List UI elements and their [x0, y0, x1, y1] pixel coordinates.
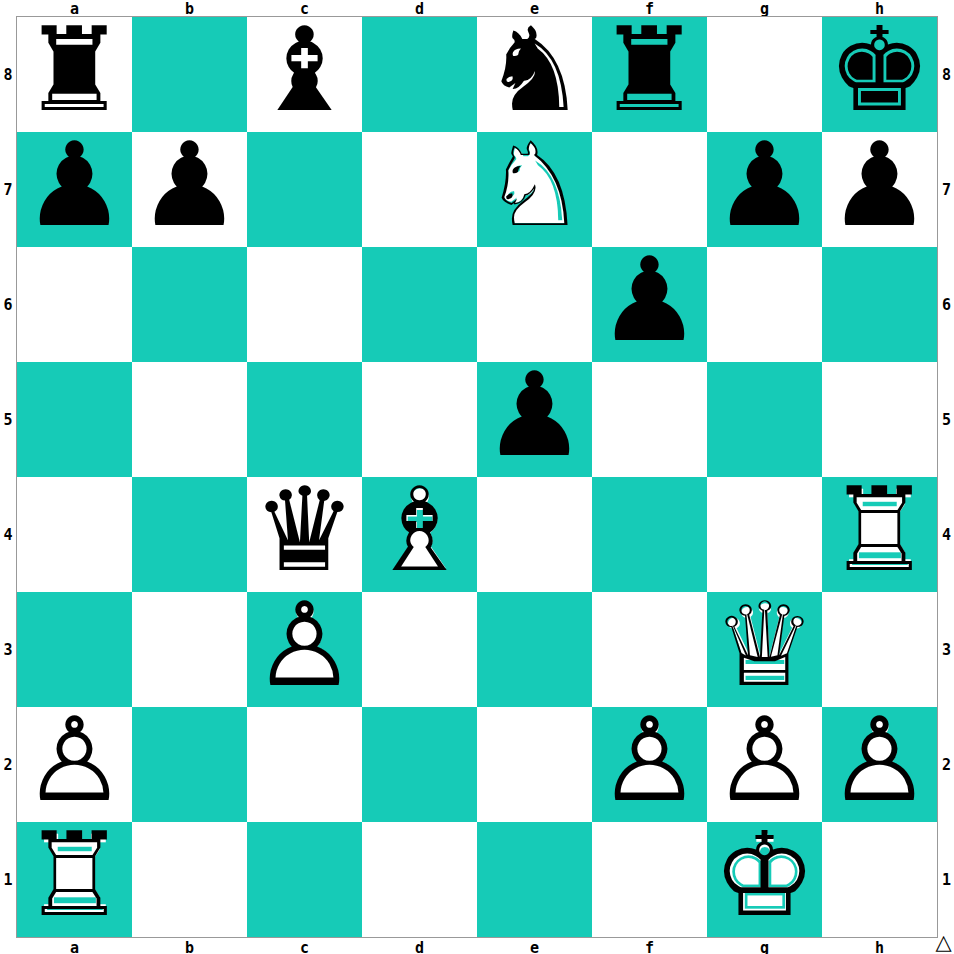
- square-e5[interactable]: ♟: [477, 362, 592, 477]
- black-knight[interactable]: ♞: [477, 17, 592, 132]
- piece-glyph: ♞: [483, 12, 587, 128]
- square-f4[interactable]: [592, 477, 707, 592]
- square-g6[interactable]: [707, 247, 822, 362]
- rank-label-6: 6: [939, 247, 954, 362]
- square-h5[interactable]: [822, 362, 937, 477]
- square-g8[interactable]: [707, 17, 822, 132]
- rank-label-5: 5: [0, 362, 16, 477]
- square-e7[interactable]: ♞♘: [477, 132, 592, 247]
- square-c6[interactable]: [247, 247, 362, 362]
- rank-label-4: 4: [939, 477, 954, 592]
- file-labels-top: abcdefgh: [17, 0, 937, 16]
- square-c5[interactable]: [247, 362, 362, 477]
- rank-label-7: 7: [939, 132, 954, 247]
- square-g3[interactable]: ♛♕: [707, 592, 822, 707]
- rank-label-7: 7: [0, 132, 16, 247]
- black-pawn[interactable]: ♟: [477, 362, 592, 477]
- chessboard-screenshot: abcdefgh abcdefgh 87654321 87654321 ♜♝♞♜…: [0, 0, 954, 954]
- piece-glyph: ♟: [138, 127, 242, 243]
- piece-outline-layer: ♙: [713, 702, 817, 818]
- square-c4[interactable]: ♛: [247, 477, 362, 592]
- piece-glyph: ♟: [23, 127, 127, 243]
- black-pawn[interactable]: ♟: [132, 132, 247, 247]
- rank-label-5: 5: [939, 362, 954, 477]
- white-rook[interactable]: ♜♖: [822, 477, 937, 592]
- white-rook[interactable]: ♜♖: [17, 822, 132, 937]
- square-d7[interactable]: [362, 132, 477, 247]
- piece-glyph: ♟: [483, 357, 587, 473]
- file-label-c: c: [247, 939, 362, 954]
- square-b4[interactable]: [132, 477, 247, 592]
- file-label-b: b: [132, 939, 247, 954]
- square-d6[interactable]: [362, 247, 477, 362]
- rank-label-2: 2: [939, 707, 954, 822]
- white-king[interactable]: ♚♔: [707, 822, 822, 937]
- piece-glyph: ♟: [598, 242, 702, 358]
- rank-labels-left: 87654321: [0, 17, 16, 937]
- piece-glyph: ♟: [828, 127, 932, 243]
- square-f8[interactable]: ♜: [592, 17, 707, 132]
- square-e2[interactable]: [477, 707, 592, 822]
- black-rook[interactable]: ♜: [592, 17, 707, 132]
- square-f1[interactable]: [592, 822, 707, 937]
- square-c2[interactable]: [247, 707, 362, 822]
- square-d1[interactable]: [362, 822, 477, 937]
- square-b6[interactable]: [132, 247, 247, 362]
- square-h7[interactable]: ♟: [822, 132, 937, 247]
- square-a5[interactable]: [17, 362, 132, 477]
- square-a1[interactable]: ♜♖: [17, 822, 132, 937]
- square-a6[interactable]: [17, 247, 132, 362]
- square-d2[interactable]: [362, 707, 477, 822]
- black-pawn[interactable]: ♟: [592, 247, 707, 362]
- piece-glyph: ♝: [253, 12, 357, 128]
- square-e6[interactable]: [477, 247, 592, 362]
- rank-label-4: 4: [0, 477, 16, 592]
- square-h3[interactable]: [822, 592, 937, 707]
- black-pawn[interactable]: ♟: [707, 132, 822, 247]
- square-b1[interactable]: [132, 822, 247, 937]
- piece-glyph: ♚: [828, 12, 932, 128]
- rank-label-3: 3: [939, 592, 954, 707]
- square-d3[interactable]: [362, 592, 477, 707]
- white-pawn[interactable]: ♟♙: [247, 592, 362, 707]
- piece-glyph: ♟: [713, 127, 817, 243]
- white-pawn[interactable]: ♟♙: [822, 707, 937, 822]
- square-h4[interactable]: ♜♖: [822, 477, 937, 592]
- piece-outline-layer: ♙: [253, 587, 357, 703]
- square-a2[interactable]: ♟♙: [17, 707, 132, 822]
- square-d4[interactable]: ♝♗: [362, 477, 477, 592]
- square-f7[interactable]: [592, 132, 707, 247]
- black-queen[interactable]: ♛: [247, 477, 362, 592]
- rank-label-8: 8: [939, 17, 954, 132]
- rank-labels-right: 87654321: [939, 17, 954, 937]
- piece-outline-layer: ♘: [483, 127, 587, 243]
- square-b8[interactable]: [132, 17, 247, 132]
- piece-outline-layer: ♙: [598, 702, 702, 818]
- square-g5[interactable]: [707, 362, 822, 477]
- square-c1[interactable]: [247, 822, 362, 937]
- white-knight[interactable]: ♞♘: [477, 132, 592, 247]
- square-e8[interactable]: ♞: [477, 17, 592, 132]
- square-e4[interactable]: [477, 477, 592, 592]
- white-bishop[interactable]: ♝♗: [362, 477, 477, 592]
- black-pawn[interactable]: ♟: [822, 132, 937, 247]
- rank-label-1: 1: [939, 822, 954, 937]
- square-e1[interactable]: [477, 822, 592, 937]
- piece-outline-layer: ♖: [23, 817, 127, 933]
- square-b2[interactable]: [132, 707, 247, 822]
- file-label-d: d: [362, 939, 477, 954]
- square-f5[interactable]: [592, 362, 707, 477]
- file-label-h: h: [822, 939, 937, 954]
- square-f3[interactable]: [592, 592, 707, 707]
- white-pawn[interactable]: ♟♙: [592, 707, 707, 822]
- square-e3[interactable]: [477, 592, 592, 707]
- white-to-move-indicator: △: [933, 931, 954, 953]
- black-king[interactable]: ♚: [822, 17, 937, 132]
- square-g1[interactable]: ♚♔: [707, 822, 822, 937]
- square-g7[interactable]: ♟: [707, 132, 822, 247]
- white-queen[interactable]: ♛♕: [707, 592, 822, 707]
- rank-label-6: 6: [0, 247, 16, 362]
- rank-label-3: 3: [0, 592, 16, 707]
- piece-outline-layer: ♕: [713, 587, 817, 703]
- square-c8[interactable]: ♝: [247, 17, 362, 132]
- square-f6[interactable]: ♟: [592, 247, 707, 362]
- square-g4[interactable]: [707, 477, 822, 592]
- square-d8[interactable]: [362, 17, 477, 132]
- white-pawn[interactable]: ♟♙: [17, 707, 132, 822]
- square-c3[interactable]: ♟♙: [247, 592, 362, 707]
- square-h1[interactable]: [822, 822, 937, 937]
- file-label-f: f: [592, 939, 707, 954]
- piece-glyph: ♛: [253, 472, 357, 588]
- square-h2[interactable]: ♟♙: [822, 707, 937, 822]
- piece-glyph: ♜: [23, 12, 127, 128]
- square-g2[interactable]: ♟♙: [707, 707, 822, 822]
- white-pawn[interactable]: ♟♙: [707, 707, 822, 822]
- square-h6[interactable]: [822, 247, 937, 362]
- square-a8[interactable]: ♜: [17, 17, 132, 132]
- square-b3[interactable]: [132, 592, 247, 707]
- piece-outline-layer: ♗: [368, 472, 472, 588]
- square-f2[interactable]: ♟♙: [592, 707, 707, 822]
- square-h8[interactable]: ♚: [822, 17, 937, 132]
- piece-outline-layer: ♙: [23, 702, 127, 818]
- square-d5[interactable]: [362, 362, 477, 477]
- black-rook[interactable]: ♜: [17, 17, 132, 132]
- piece-outline-layer: ♙: [828, 702, 932, 818]
- file-label-e: e: [477, 939, 592, 954]
- rank-label-2: 2: [0, 707, 16, 822]
- chess-board: ♜♝♞♜♚♟♟♞♘♟♟♟♟♛♝♗♜♖♟♙♛♕♟♙♟♙♟♙♟♙♜♖♚♔: [16, 16, 938, 938]
- piece-glyph: ♜: [598, 12, 702, 128]
- square-b7[interactable]: ♟: [132, 132, 247, 247]
- rank-label-1: 1: [0, 822, 16, 937]
- piece-outline-layer: ♔: [713, 817, 817, 933]
- rank-label-8: 8: [0, 17, 16, 132]
- square-b5[interactable]: [132, 362, 247, 477]
- square-a4[interactable]: [17, 477, 132, 592]
- square-a3[interactable]: [17, 592, 132, 707]
- black-pawn[interactable]: ♟: [17, 132, 132, 247]
- square-a7[interactable]: ♟: [17, 132, 132, 247]
- piece-outline-layer: ♖: [828, 472, 932, 588]
- square-c7[interactable]: [247, 132, 362, 247]
- black-bishop[interactable]: ♝: [247, 17, 362, 132]
